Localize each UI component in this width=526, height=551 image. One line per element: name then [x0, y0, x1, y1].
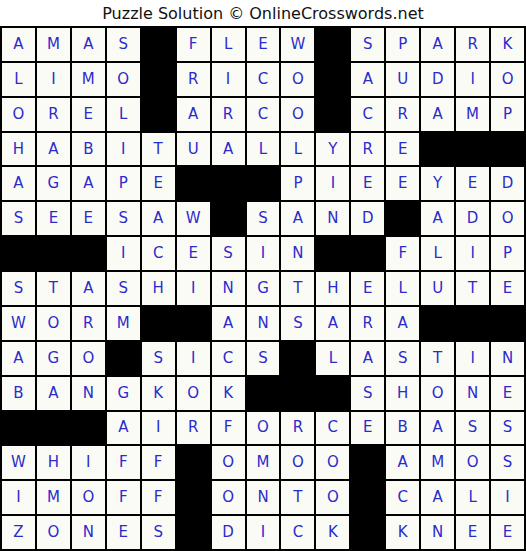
grid-cell[interactable]: A	[351, 342, 384, 375]
black-cell	[316, 237, 349, 270]
grid-cell[interactable]: S	[2, 272, 35, 305]
grid-cell[interactable]: H	[2, 133, 35, 166]
grid-cell[interactable]: O	[281, 98, 314, 131]
grid-cell[interactable]: O	[212, 446, 245, 479]
grid-cell[interactable]: A	[72, 272, 105, 305]
puzzle-title: Puzzle Solution © OnlineCrosswords.net	[0, 0, 526, 26]
grid-cell[interactable]: E	[72, 202, 105, 235]
black-cell	[351, 481, 384, 514]
black-cell	[212, 167, 245, 200]
grid-cell[interactable]: S	[107, 272, 140, 305]
grid-cell[interactable]: E	[456, 167, 489, 200]
grid-cell[interactable]: I	[456, 342, 489, 375]
grid-cell[interactable]: T	[281, 481, 314, 514]
grid-cell[interactable]: A	[386, 446, 419, 479]
grid-cell[interactable]: F	[142, 446, 175, 479]
grid-cell[interactable]: C	[386, 481, 419, 514]
grid-cell[interactable]: P	[491, 98, 524, 131]
grid-cell[interactable]: O	[316, 446, 349, 479]
grid-cell[interactable]: O	[491, 63, 524, 96]
grid-cell[interactable]: B	[72, 133, 105, 166]
black-cell	[491, 133, 524, 166]
grid-cell[interactable]: R	[177, 412, 210, 445]
grid-cell[interactable]: E	[247, 28, 280, 61]
grid-cell[interactable]: T	[456, 272, 489, 305]
grid-cell[interactable]: M	[421, 446, 454, 479]
grid-cell[interactable]: S	[351, 28, 384, 61]
grid-cell[interactable]: M	[37, 28, 70, 61]
grid-cell[interactable]: N	[72, 516, 105, 549]
grid-cell[interactable]: S	[142, 342, 175, 375]
grid-cell[interactable]: A	[142, 202, 175, 235]
grid-cell[interactable]: O	[281, 446, 314, 479]
grid-cell[interactable]: E	[37, 202, 70, 235]
grid-cell[interactable]: A	[37, 133, 70, 166]
black-cell	[316, 28, 349, 61]
grid-cell[interactable]: N	[456, 377, 489, 410]
grid-cell[interactable]: H	[316, 272, 349, 305]
black-cell	[142, 307, 175, 340]
grid-cell[interactable]: R	[37, 98, 70, 131]
grid-cell[interactable]: A	[351, 63, 384, 96]
black-cell	[142, 63, 175, 96]
black-cell	[177, 516, 210, 549]
grid-cell[interactable]: L	[281, 133, 314, 166]
grid-cell[interactable]: R	[456, 28, 489, 61]
grid-cell[interactable]: I	[177, 272, 210, 305]
grid-cell[interactable]: I	[247, 237, 280, 270]
grid-cell[interactable]: U	[386, 63, 419, 96]
black-cell	[37, 237, 70, 270]
grid-cell[interactable]: I	[491, 481, 524, 514]
grid-cell[interactable]: O	[316, 481, 349, 514]
grid-cell[interactable]: B	[2, 377, 35, 410]
grid-cell[interactable]: P	[491, 237, 524, 270]
grid-cell[interactable]: M	[456, 98, 489, 131]
grid-cell[interactable]: A	[37, 377, 70, 410]
black-cell	[351, 446, 384, 479]
grid-cell[interactable]: K	[386, 516, 419, 549]
grid-cell[interactable]: G	[37, 342, 70, 375]
grid-cell[interactable]: A	[386, 307, 419, 340]
grid-cell[interactable]: F	[142, 481, 175, 514]
grid-cell[interactable]: S	[107, 28, 140, 61]
grid-cell[interactable]: E	[491, 272, 524, 305]
black-cell	[107, 342, 140, 375]
grid-cell[interactable]: L	[456, 481, 489, 514]
grid-cell[interactable]: T	[421, 342, 454, 375]
grid-cell[interactable]: B	[386, 412, 419, 445]
grid-cell[interactable]: R	[212, 98, 245, 131]
black-cell	[351, 237, 384, 270]
grid-cell[interactable]: L	[316, 342, 349, 375]
grid-cell[interactable]: L	[247, 133, 280, 166]
crossword-grid: AMASFLEWSPARKLIMORICOAUDIOORELARCOCRAMPH…	[0, 26, 526, 551]
grid-cell[interactable]: Y	[421, 167, 454, 200]
grid-cell[interactable]: H	[142, 272, 175, 305]
grid-cell[interactable]: O	[37, 307, 70, 340]
grid-cell[interactable]: K	[212, 377, 245, 410]
grid-cell[interactable]: N	[281, 237, 314, 270]
grid-cell[interactable]: M	[72, 63, 105, 96]
grid-cell[interactable]: E	[177, 237, 210, 270]
grid-cell[interactable]: A	[421, 481, 454, 514]
grid-cell[interactable]: O	[107, 63, 140, 96]
grid-cell[interactable]: N	[212, 272, 245, 305]
grid-cell[interactable]: W	[2, 307, 35, 340]
grid-cell[interactable]: R	[281, 412, 314, 445]
grid-cell[interactable]: T	[281, 272, 314, 305]
grid-cell[interactable]: D	[456, 202, 489, 235]
grid-cell[interactable]: D	[212, 516, 245, 549]
grid-cell[interactable]: D	[491, 167, 524, 200]
grid-cell[interactable]: A	[421, 98, 454, 131]
grid-cell[interactable]: H	[37, 446, 70, 479]
grid-cell[interactable]: G	[107, 377, 140, 410]
grid-cell[interactable]: A	[421, 412, 454, 445]
grid-cell[interactable]: S	[2, 202, 35, 235]
grid-cell[interactable]: I	[107, 237, 140, 270]
grid-cell[interactable]: A	[2, 342, 35, 375]
black-cell	[247, 167, 280, 200]
grid-cell[interactable]: U	[421, 272, 454, 305]
grid-cell[interactable]: O	[37, 516, 70, 549]
grid-cell[interactable]: O	[247, 412, 280, 445]
black-cell	[351, 516, 384, 549]
grid-cell[interactable]: W	[281, 28, 314, 61]
grid-cell[interactable]: W	[2, 446, 35, 479]
grid-cell[interactable]: O	[456, 446, 489, 479]
grid-cell[interactable]: P	[386, 28, 419, 61]
black-cell	[142, 98, 175, 131]
grid-cell[interactable]: F	[386, 237, 419, 270]
grid-cell[interactable]: C	[212, 342, 245, 375]
grid-cell[interactable]: F	[212, 412, 245, 445]
black-cell	[177, 446, 210, 479]
grid-cell[interactable]: I	[456, 63, 489, 96]
grid-cell[interactable]: I	[247, 516, 280, 549]
grid-cell[interactable]: S	[456, 412, 489, 445]
grid-cell[interactable]: E	[456, 516, 489, 549]
grid-cell[interactable]: A	[177, 98, 210, 131]
grid-cell[interactable]: I	[107, 133, 140, 166]
grid-cell[interactable]: K	[316, 516, 349, 549]
grid-cell[interactable]: C	[247, 63, 280, 96]
black-cell	[177, 481, 210, 514]
grid-cell[interactable]: E	[491, 516, 524, 549]
grid-cell[interactable]: G	[37, 167, 70, 200]
grid-cell[interactable]: E	[107, 516, 140, 549]
grid-cell[interactable]: Y	[316, 133, 349, 166]
grid-cell[interactable]: A	[212, 133, 245, 166]
black-cell	[456, 307, 489, 340]
grid-cell[interactable]: P	[281, 167, 314, 200]
grid-cell[interactable]: A	[316, 307, 349, 340]
grid-cell[interactable]: N	[491, 342, 524, 375]
grid-cell[interactable]: L	[421, 237, 454, 270]
grid-cell[interactable]: W	[177, 202, 210, 235]
grid-cell[interactable]: L	[212, 28, 245, 61]
grid-cell[interactable]: E	[491, 377, 524, 410]
grid-cell[interactable]: F	[177, 28, 210, 61]
grid-cell[interactable]: A	[72, 167, 105, 200]
grid-cell[interactable]: F	[107, 481, 140, 514]
grid-cell[interactable]: A	[421, 202, 454, 235]
grid-cell[interactable]: K	[491, 28, 524, 61]
grid-cell[interactable]: I	[2, 481, 35, 514]
grid-cell[interactable]: S	[281, 307, 314, 340]
black-cell	[72, 412, 105, 445]
grid-cell[interactable]: Z	[2, 516, 35, 549]
grid-cell[interactable]: N	[72, 377, 105, 410]
grid-cell[interactable]: I	[177, 342, 210, 375]
grid-cell[interactable]: I	[316, 167, 349, 200]
grid-cell[interactable]: I	[142, 412, 175, 445]
grid-cell[interactable]: C	[316, 412, 349, 445]
grid-cell[interactable]: P	[107, 167, 140, 200]
grid-cell[interactable]: C	[281, 516, 314, 549]
grid-cell[interactable]: N	[247, 481, 280, 514]
grid-cell[interactable]: A	[281, 202, 314, 235]
grid-cell[interactable]: L	[2, 63, 35, 96]
black-cell	[456, 133, 489, 166]
black-cell	[2, 412, 35, 445]
grid-cell[interactable]: I	[212, 63, 245, 96]
grid-cell[interactable]: O	[212, 481, 245, 514]
grid-cell[interactable]: A	[2, 167, 35, 200]
grid-cell[interactable]: T	[142, 133, 175, 166]
grid-cell[interactable]: S	[107, 202, 140, 235]
grid-cell[interactable]: S	[491, 412, 524, 445]
black-cell	[281, 342, 314, 375]
grid-cell[interactable]: C	[247, 98, 280, 131]
grid-cell[interactable]: E	[351, 272, 384, 305]
grid-cell[interactable]: U	[177, 133, 210, 166]
grid-cell[interactable]: I	[456, 237, 489, 270]
grid-cell[interactable]: E	[72, 98, 105, 131]
grid-cell[interactable]: M	[107, 307, 140, 340]
grid-cell[interactable]: N	[421, 516, 454, 549]
grid-cell[interactable]: S	[386, 342, 419, 375]
black-cell	[316, 98, 349, 131]
black-cell	[177, 167, 210, 200]
grid-cell[interactable]: A	[107, 412, 140, 445]
grid-cell[interactable]: S	[212, 237, 245, 270]
grid-cell[interactable]: O	[491, 202, 524, 235]
grid-cell[interactable]: E	[386, 133, 419, 166]
black-cell	[72, 237, 105, 270]
black-cell	[421, 133, 454, 166]
grid-cell[interactable]: H	[386, 377, 419, 410]
black-cell	[281, 377, 314, 410]
grid-cell[interactable]: E	[351, 412, 384, 445]
grid-cell[interactable]: N	[316, 202, 349, 235]
black-cell	[386, 202, 419, 235]
grid-cell[interactable]: M	[37, 481, 70, 514]
black-cell	[212, 202, 245, 235]
grid-cell[interactable]: F	[107, 446, 140, 479]
black-cell	[316, 377, 349, 410]
grid-cell[interactable]: L	[107, 98, 140, 131]
page: Puzzle Solution © OnlineCrosswords.net A…	[0, 0, 526, 551]
grid-cell[interactable]: E	[351, 167, 384, 200]
grid-cell[interactable]: T	[37, 272, 70, 305]
grid-cell[interactable]: O	[281, 63, 314, 96]
black-cell	[2, 237, 35, 270]
grid-cell[interactable]: R	[351, 307, 384, 340]
grid-cell[interactable]: K	[142, 377, 175, 410]
grid-cell[interactable]: A	[212, 307, 245, 340]
grid-cell[interactable]: A	[2, 28, 35, 61]
grid-cell[interactable]: I	[37, 63, 70, 96]
black-cell	[491, 307, 524, 340]
grid-cell[interactable]: O	[72, 342, 105, 375]
black-cell	[316, 63, 349, 96]
grid-cell[interactable]: G	[247, 272, 280, 305]
grid-cell[interactable]: S	[142, 516, 175, 549]
grid-cell[interactable]: R	[386, 98, 419, 131]
black-cell	[247, 377, 280, 410]
grid-cell[interactable]: C	[351, 98, 384, 131]
grid-cell[interactable]: O	[2, 98, 35, 131]
grid-cell[interactable]: R	[351, 133, 384, 166]
grid-cell[interactable]: A	[421, 28, 454, 61]
grid-cell[interactable]: S	[351, 377, 384, 410]
black-cell	[177, 307, 210, 340]
grid-cell[interactable]: M	[247, 446, 280, 479]
black-cell	[142, 28, 175, 61]
grid-cell[interactable]: N	[247, 307, 280, 340]
grid-cell[interactable]: R	[177, 63, 210, 96]
grid-cell[interactable]: S	[247, 342, 280, 375]
grid-cell[interactable]: O	[421, 377, 454, 410]
grid-cell[interactable]: L	[386, 272, 419, 305]
grid-cell[interactable]: S	[247, 202, 280, 235]
grid-cell[interactable]: I	[72, 446, 105, 479]
grid-cell[interactable]: E	[142, 167, 175, 200]
grid-cell[interactable]: O	[177, 377, 210, 410]
grid-cell[interactable]: O	[72, 481, 105, 514]
grid-cell[interactable]: A	[72, 28, 105, 61]
grid-cell[interactable]: D	[351, 202, 384, 235]
grid-cell[interactable]: C	[142, 237, 175, 270]
grid-cell[interactable]: S	[491, 446, 524, 479]
grid-cell[interactable]: R	[72, 307, 105, 340]
black-cell	[37, 412, 70, 445]
grid-cell[interactable]: D	[421, 63, 454, 96]
black-cell	[421, 307, 454, 340]
grid-cell[interactable]: E	[386, 167, 419, 200]
